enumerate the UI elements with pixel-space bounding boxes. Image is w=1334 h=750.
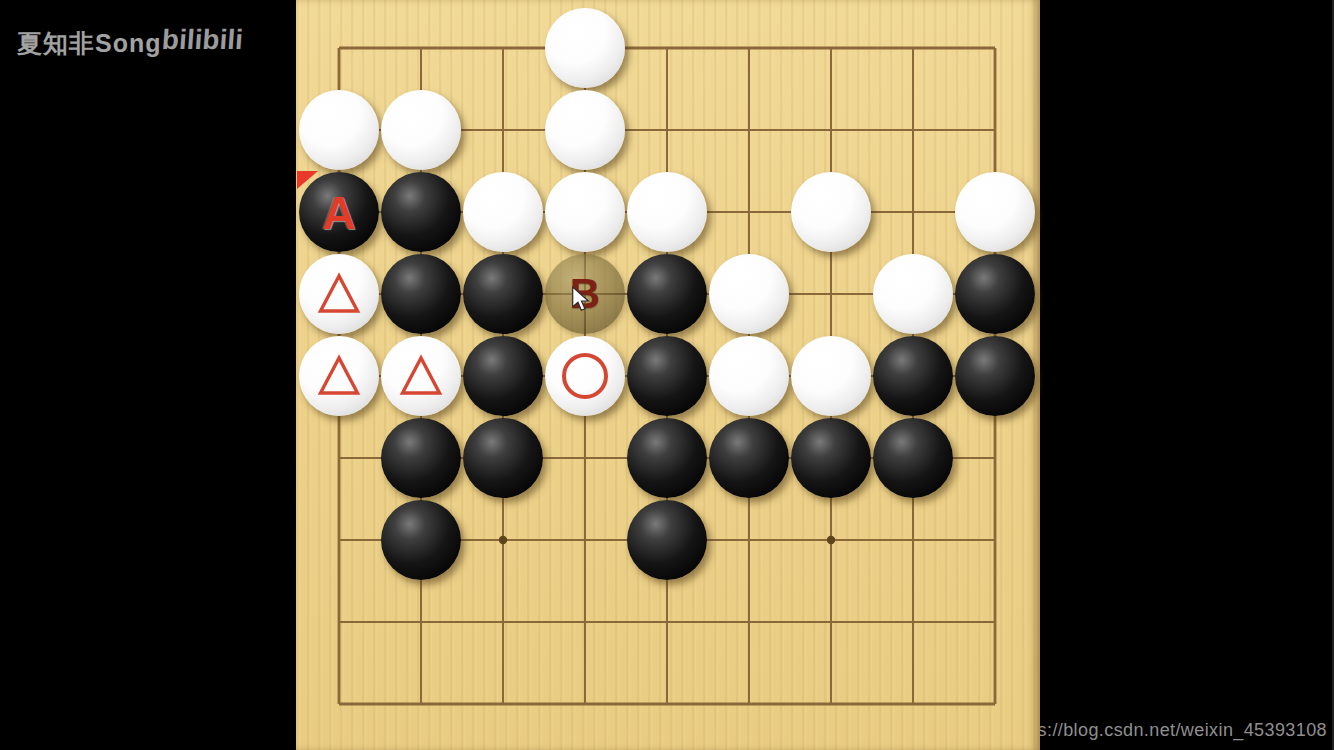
board-cell[interactable] — [462, 581, 544, 663]
board-cell[interactable] — [708, 253, 790, 335]
white-stone — [299, 90, 379, 170]
board-cell[interactable] — [380, 499, 462, 581]
black-stone — [955, 336, 1035, 416]
board-cell[interactable] — [544, 581, 626, 663]
black-stone — [463, 418, 543, 498]
board-cell[interactable] — [626, 499, 708, 581]
black-stone — [955, 254, 1035, 334]
board-cell[interactable] — [872, 499, 954, 581]
go-board: AB — [296, 0, 1040, 750]
board-cell[interactable] — [544, 417, 626, 499]
white-stone — [627, 172, 707, 252]
board-cell[interactable] — [872, 7, 954, 89]
black-stone — [791, 418, 871, 498]
board-grid: AB — [298, 7, 1036, 745]
board-cell[interactable] — [872, 417, 954, 499]
board-cell[interactable] — [708, 417, 790, 499]
board-cell[interactable] — [954, 7, 1036, 89]
board-cell[interactable] — [380, 253, 462, 335]
board-cell[interactable] — [544, 89, 626, 171]
board-cell[interactable] — [298, 581, 380, 663]
white-stone — [709, 254, 789, 334]
board-cell[interactable] — [626, 171, 708, 253]
board-cell[interactable] — [462, 171, 544, 253]
white-stone — [381, 90, 461, 170]
black-stone — [463, 254, 543, 334]
board-cell[interactable] — [380, 7, 462, 89]
board-cell[interactable] — [544, 499, 626, 581]
board-cell[interactable] — [708, 499, 790, 581]
board-cell[interactable] — [790, 253, 872, 335]
board-cell[interactable] — [954, 335, 1036, 417]
white-stone — [545, 8, 625, 88]
board-cell[interactable] — [708, 335, 790, 417]
board-cell[interactable] — [298, 663, 380, 745]
black-stone — [299, 172, 379, 252]
board-cell[interactable] — [380, 417, 462, 499]
board-cell[interactable] — [790, 417, 872, 499]
white-stone — [463, 172, 543, 252]
board-cell[interactable] — [708, 171, 790, 253]
white-stone — [955, 172, 1035, 252]
board-cell[interactable] — [626, 7, 708, 89]
white-stone — [545, 90, 625, 170]
black-stone — [381, 500, 461, 580]
black-stone — [873, 336, 953, 416]
board-cell[interactable] — [462, 253, 544, 335]
white-stone — [545, 172, 625, 252]
board-cell[interactable] — [380, 89, 462, 171]
board-cell[interactable] — [544, 335, 626, 417]
board-cell[interactable] — [626, 253, 708, 335]
board-cell[interactable] — [872, 253, 954, 335]
board-cell[interactable] — [298, 417, 380, 499]
white-stone — [381, 336, 461, 416]
board-cell[interactable] — [954, 89, 1036, 171]
board-cell[interactable] — [954, 171, 1036, 253]
board-cell[interactable] — [954, 581, 1036, 663]
board-cell[interactable] — [298, 253, 380, 335]
board-cell[interactable] — [380, 663, 462, 745]
board-cell[interactable] — [790, 171, 872, 253]
white-stone — [791, 336, 871, 416]
url-watermark: https://blog.csdn.net/weixin_45393108 — [1006, 720, 1327, 741]
white-stone — [545, 336, 625, 416]
black-stone — [463, 336, 543, 416]
board-cell[interactable] — [298, 335, 380, 417]
white-stone — [791, 172, 871, 252]
board-cell[interactable] — [790, 7, 872, 89]
board-cell[interactable] — [708, 581, 790, 663]
board-cell[interactable] — [380, 581, 462, 663]
board-cell[interactable] — [872, 89, 954, 171]
board-cell[interactable] — [790, 581, 872, 663]
board-cell[interactable] — [708, 89, 790, 171]
white-stone — [873, 254, 953, 334]
board-cell[interactable] — [626, 89, 708, 171]
black-stone — [873, 418, 953, 498]
board-cell[interactable] — [462, 335, 544, 417]
board-cell[interactable] — [790, 89, 872, 171]
black-stone — [709, 418, 789, 498]
board-cell[interactable] — [790, 335, 872, 417]
board-cell[interactable] — [708, 663, 790, 745]
board-cell[interactable] — [298, 499, 380, 581]
board-cell[interactable] — [954, 499, 1036, 581]
board-cell[interactable] — [462, 7, 544, 89]
board-cell[interactable] — [954, 417, 1036, 499]
board-cell[interactable] — [462, 663, 544, 745]
board-cell[interactable] — [872, 171, 954, 253]
board-cell[interactable] — [462, 417, 544, 499]
left-black-panel — [0, 0, 296, 750]
board-cell[interactable] — [872, 663, 954, 745]
board-cell[interactable] — [544, 663, 626, 745]
bilibili-logo: bilibili — [161, 24, 244, 56]
black-stone — [381, 172, 461, 252]
board-cell[interactable] — [380, 171, 462, 253]
board-cell[interactable] — [462, 499, 544, 581]
board-cell[interactable] — [380, 335, 462, 417]
black-stone — [381, 254, 461, 334]
board-cell[interactable] — [626, 581, 708, 663]
white-stone — [299, 336, 379, 416]
board-cell[interactable]: B — [544, 253, 626, 335]
board-cell[interactable] — [544, 7, 626, 89]
board-cell[interactable] — [790, 499, 872, 581]
board-cell[interactable]: A — [298, 171, 380, 253]
black-stone — [627, 336, 707, 416]
board-cell[interactable] — [708, 7, 790, 89]
board-cell[interactable] — [954, 253, 1036, 335]
board-cell[interactable] — [298, 89, 380, 171]
board-cell[interactable] — [626, 417, 708, 499]
video-frame: { "game": "go", "app": {"view": "9x9 tsu… — [0, 0, 1334, 750]
white-stone — [299, 254, 379, 334]
board-cell[interactable] — [790, 663, 872, 745]
ghost-stone-B[interactable] — [545, 254, 625, 334]
board-cell[interactable] — [954, 663, 1036, 745]
black-stone — [627, 418, 707, 498]
channel-watermark: 夏知非Song — [17, 27, 162, 60]
black-stone — [381, 418, 461, 498]
board-cell[interactable] — [298, 7, 380, 89]
black-stone — [627, 254, 707, 334]
board-cell[interactable] — [462, 89, 544, 171]
board-cell[interactable] — [626, 335, 708, 417]
black-stone — [627, 500, 707, 580]
board-cell[interactable] — [872, 335, 954, 417]
board-cell[interactable] — [544, 171, 626, 253]
board-cell[interactable] — [872, 581, 954, 663]
right-black-panel — [1040, 0, 1334, 750]
white-stone — [709, 336, 789, 416]
board-cell[interactable] — [626, 663, 708, 745]
